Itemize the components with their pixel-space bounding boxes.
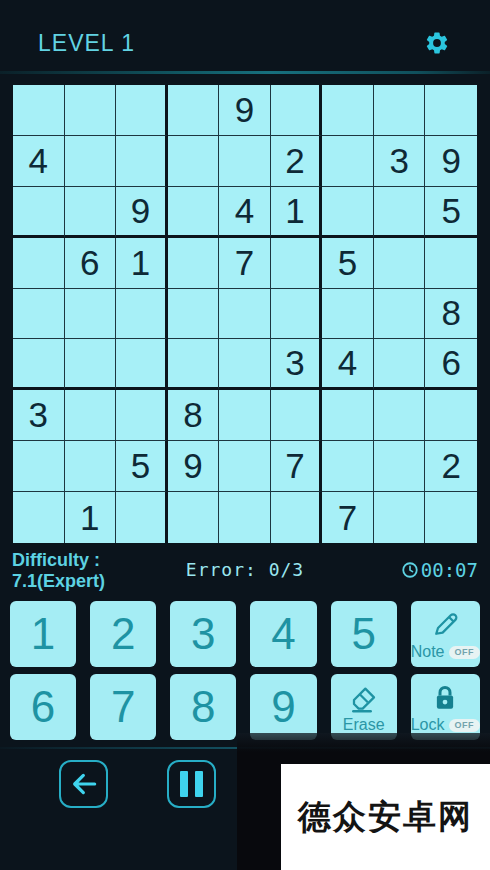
- sudoku-cell-r7c2[interactable]: [65, 390, 117, 441]
- sudoku-cell-r6c9[interactable]: 6: [425, 339, 477, 390]
- header-divider: [0, 71, 490, 74]
- sudoku-cell-r7c8[interactable]: [374, 390, 426, 441]
- sudoku-cell-r3c9[interactable]: 5: [425, 187, 477, 238]
- watermark-overlay: 德众安卓网: [237, 733, 490, 870]
- sudoku-cell-r1c1[interactable]: [13, 85, 65, 136]
- sudoku-cell-r9c2[interactable]: 1: [65, 492, 117, 543]
- sudoku-cell-r3c3[interactable]: 9: [116, 187, 168, 238]
- sudoku-cell-r6c8[interactable]: [374, 339, 426, 390]
- digit-button-4[interactable]: 4: [250, 601, 316, 667]
- sudoku-cell-r5c6[interactable]: [271, 289, 323, 340]
- number-pad: 1 2 3 4 5 Note OFF 6 7 8 9 Erase: [10, 601, 480, 740]
- sudoku-cell-r3c6[interactable]: 1: [271, 187, 323, 238]
- digit-button-9[interactable]: 9: [250, 674, 316, 740]
- back-button[interactable]: [59, 760, 108, 808]
- lock-button[interactable]: Lock OFF: [411, 674, 480, 740]
- sudoku-cell-r6c2[interactable]: [65, 339, 117, 390]
- digit-button-6[interactable]: 6: [10, 674, 76, 740]
- erase-button[interactable]: Erase: [331, 674, 397, 740]
- watermark-text: 德众安卓网: [298, 795, 473, 840]
- watermark-box: 德众安卓网: [281, 764, 490, 870]
- sudoku-cell-r8c9[interactable]: 2: [425, 441, 477, 492]
- sudoku-cell-r7c5[interactable]: [219, 390, 271, 441]
- sudoku-cell-r4c5[interactable]: 7: [219, 238, 271, 289]
- sudoku-cell-r9c3[interactable]: [116, 492, 168, 543]
- sudoku-cell-r3c4[interactable]: [168, 187, 220, 238]
- sudoku-cell-r9c4[interactable]: [168, 492, 220, 543]
- sudoku-cell-r5c8[interactable]: [374, 289, 426, 340]
- sudoku-cell-r8c3[interactable]: 5: [116, 441, 168, 492]
- sudoku-cell-r3c1[interactable]: [13, 187, 65, 238]
- sudoku-cell-r4c7[interactable]: 5: [322, 238, 374, 289]
- sudoku-cell-r4c9[interactable]: [425, 238, 477, 289]
- sudoku-cell-r5c5[interactable]: [219, 289, 271, 340]
- pause-button[interactable]: [167, 760, 216, 808]
- back-arrow-icon: [68, 768, 100, 800]
- sudoku-cell-r6c5[interactable]: [219, 339, 271, 390]
- sudoku-cell-r7c1[interactable]: 3: [13, 390, 65, 441]
- sudoku-cell-r1c7[interactable]: [322, 85, 374, 136]
- sudoku-cell-r3c2[interactable]: [65, 187, 117, 238]
- sudoku-cell-r3c5[interactable]: 4: [219, 187, 271, 238]
- sudoku-cell-r5c2[interactable]: [65, 289, 117, 340]
- sudoku-cell-r1c2[interactable]: [65, 85, 117, 136]
- sudoku-cell-r9c9[interactable]: [425, 492, 477, 543]
- sudoku-cell-r4c2[interactable]: 6: [65, 238, 117, 289]
- sudoku-cell-r9c8[interactable]: [374, 492, 426, 543]
- settings-gear-icon[interactable]: [424, 30, 450, 56]
- sudoku-cell-r4c1[interactable]: [13, 238, 65, 289]
- lock-label: Lock: [411, 716, 445, 734]
- timer: 00:07: [401, 559, 478, 581]
- sudoku-cell-r5c4[interactable]: [168, 289, 220, 340]
- header: LEVEL 1: [0, 0, 490, 70]
- sudoku-cell-r1c8[interactable]: [374, 85, 426, 136]
- eraser-icon: [348, 681, 380, 715]
- sudoku-cell-r7c7[interactable]: [322, 390, 374, 441]
- clock-icon: [401, 561, 419, 579]
- sudoku-cell-r8c7[interactable]: [322, 441, 374, 492]
- sudoku-cell-r8c8[interactable]: [374, 441, 426, 492]
- sudoku-cell-r5c3[interactable]: [116, 289, 168, 340]
- sudoku-cell-r4c4[interactable]: [168, 238, 220, 289]
- sudoku-board: 9423994156175834638597217: [10, 82, 480, 546]
- pause-icon: [195, 771, 203, 797]
- sudoku-cell-r7c9[interactable]: [425, 390, 477, 441]
- note-off-badge: OFF: [449, 646, 481, 659]
- sudoku-cell-r7c3[interactable]: [116, 390, 168, 441]
- sudoku-cell-r9c7[interactable]: 7: [322, 492, 374, 543]
- sudoku-cell-r2c6[interactable]: 2: [271, 136, 323, 187]
- note-button[interactable]: Note OFF: [411, 601, 480, 667]
- digit-button-2[interactable]: 2: [90, 601, 156, 667]
- sudoku-cell-r8c4[interactable]: 9: [168, 441, 220, 492]
- sudoku-cell-r2c7[interactable]: [322, 136, 374, 187]
- sudoku-cell-r6c4[interactable]: [168, 339, 220, 390]
- sudoku-cell-r8c6[interactable]: 7: [271, 441, 323, 492]
- sudoku-cell-r4c6[interactable]: [271, 238, 323, 289]
- note-label: Note: [411, 643, 445, 661]
- sudoku-cell-r2c9[interactable]: 9: [425, 136, 477, 187]
- level-title: LEVEL 1: [38, 30, 135, 57]
- sudoku-cell-r1c3[interactable]: [116, 85, 168, 136]
- sudoku-cell-r2c3[interactable]: [116, 136, 168, 187]
- sudoku-cell-r2c5[interactable]: [219, 136, 271, 187]
- sudoku-cell-r1c9[interactable]: [425, 85, 477, 136]
- sudoku-cell-r7c6[interactable]: [271, 390, 323, 441]
- digit-button-5[interactable]: 5: [331, 601, 397, 667]
- digit-button-3[interactable]: 3: [170, 601, 236, 667]
- sudoku-cell-r5c9[interactable]: 8: [425, 289, 477, 340]
- sudoku-cell-r3c8[interactable]: [374, 187, 426, 238]
- sudoku-cell-r8c5[interactable]: [219, 441, 271, 492]
- sudoku-cell-r1c6[interactable]: [271, 85, 323, 136]
- pencil-icon: [430, 608, 460, 642]
- erase-label: Erase: [343, 716, 385, 734]
- sudoku-cell-r7c4[interactable]: 8: [168, 390, 220, 441]
- sudoku-cell-r8c1[interactable]: [13, 441, 65, 492]
- sudoku-cell-r3c7[interactable]: [322, 187, 374, 238]
- sudoku-cell-r2c4[interactable]: [168, 136, 220, 187]
- sudoku-cell-r1c5[interactable]: 9: [219, 85, 271, 136]
- digit-button-1[interactable]: 1: [10, 601, 76, 667]
- lock-off-badge: OFF: [449, 719, 481, 732]
- sudoku-app: LEVEL 1 9423994156175834638597217 Diffic…: [0, 0, 490, 870]
- sudoku-cell-r9c1[interactable]: [13, 492, 65, 543]
- sudoku-cell-r6c6[interactable]: 3: [271, 339, 323, 390]
- sudoku-cell-r5c1[interactable]: [13, 289, 65, 340]
- timer-value: 00:07: [421, 559, 478, 581]
- pause-icon: [180, 771, 188, 797]
- status-bar: Difficulty : 7.1(Expert) Error: 0/3 00:0…: [0, 548, 490, 598]
- sudoku-cell-r4c8[interactable]: [374, 238, 426, 289]
- digit-button-8[interactable]: 8: [170, 674, 236, 740]
- digit-button-7[interactable]: 7: [90, 674, 156, 740]
- sudoku-cell-r9c6[interactable]: [271, 492, 323, 543]
- sudoku-cell-r4c3[interactable]: 1: [116, 238, 168, 289]
- sudoku-cell-r6c3[interactable]: [116, 339, 168, 390]
- sudoku-cell-r6c7[interactable]: 4: [322, 339, 374, 390]
- sudoku-cell-r1c4[interactable]: [168, 85, 220, 136]
- sudoku-cell-r2c1[interactable]: 4: [13, 136, 65, 187]
- sudoku-cell-r8c2[interactable]: [65, 441, 117, 492]
- sudoku-cell-r6c1[interactable]: [13, 339, 65, 390]
- sudoku-cell-r9c5[interactable]: [219, 492, 271, 543]
- sudoku-cell-r2c2[interactable]: [65, 136, 117, 187]
- sudoku-cell-r2c8[interactable]: 3: [374, 136, 426, 187]
- lock-icon: [430, 681, 460, 715]
- sudoku-cell-r5c7[interactable]: [322, 289, 374, 340]
